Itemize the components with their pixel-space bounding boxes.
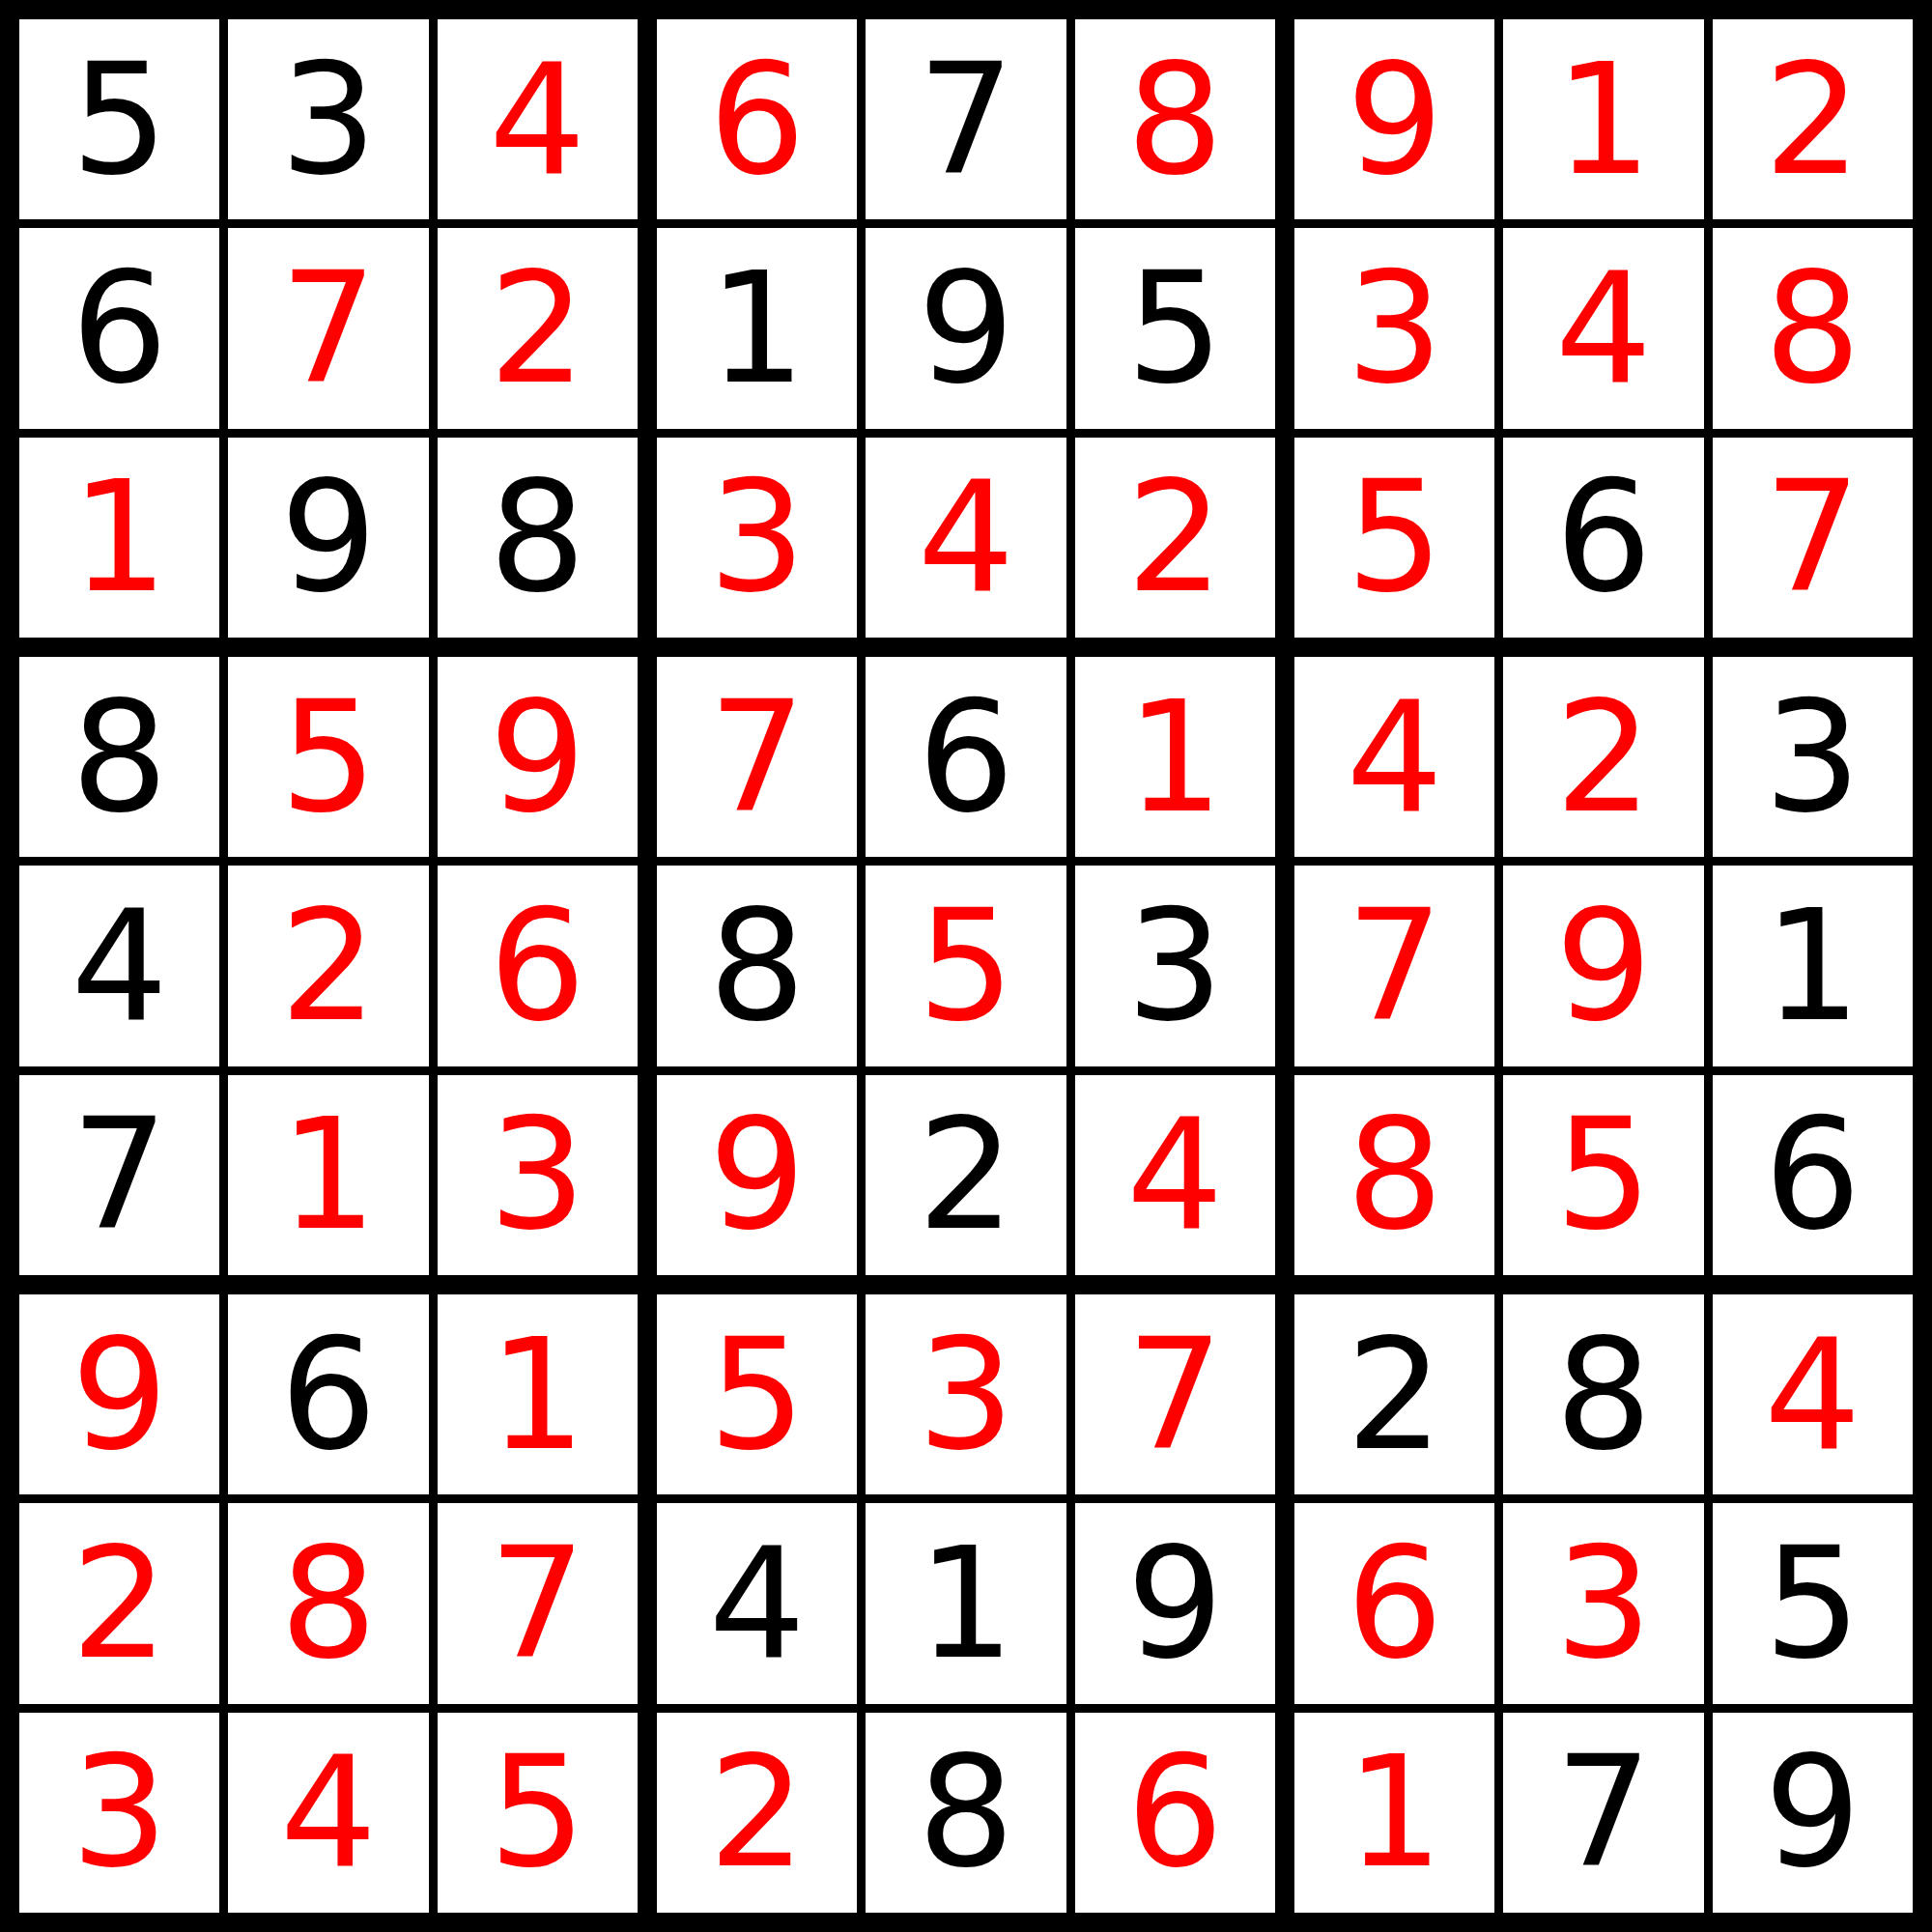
sudoku-cell-r1c8: 1 (1503, 19, 1703, 219)
sudoku-cell-r5c4: 8 (657, 866, 857, 1065)
sudoku-cell-r4c8: 2 (1503, 657, 1703, 857)
sudoku-cell-r5c6: 3 (1075, 866, 1275, 1065)
sudoku-cell-r5c5: 5 (866, 866, 1065, 1065)
sudoku-cell-r9c6: 6 (1075, 1713, 1275, 1913)
sudoku-cell-r2c1: 6 (19, 228, 219, 428)
sudoku-cell-r3c8: 6 (1503, 438, 1703, 638)
sudoku-cell-r1c7: 9 (1294, 19, 1494, 219)
sudoku-cell-r7c8: 8 (1503, 1294, 1703, 1494)
sudoku-cell-r2c3: 2 (438, 228, 638, 428)
sudoku-cell-r2c7: 3 (1294, 228, 1494, 428)
sudoku-cell-r6c7: 8 (1294, 1075, 1494, 1275)
sudoku-cell-r9c1: 3 (19, 1713, 219, 1913)
sudoku-cell-r7c5: 3 (866, 1294, 1065, 1494)
sudoku-cell-r6c8: 5 (1503, 1075, 1703, 1275)
sudoku-cell-r2c9: 8 (1713, 228, 1913, 428)
sudoku-cell-r1c1: 5 (19, 19, 219, 219)
sudoku-board: 5346789126721953481983425678597614234268… (0, 0, 1932, 1932)
sudoku-cell-r6c1: 7 (19, 1075, 219, 1275)
sudoku-cell-r7c3: 1 (438, 1294, 638, 1494)
sudoku-cell-r6c4: 9 (657, 1075, 857, 1275)
sudoku-cell-r3c1: 1 (19, 438, 219, 638)
sudoku-cell-r8c4: 4 (657, 1503, 857, 1703)
sudoku-cell-r8c2: 8 (228, 1503, 428, 1703)
sudoku-cell-r8c9: 5 (1713, 1503, 1913, 1703)
sudoku-cell-r4c9: 3 (1713, 657, 1913, 857)
sudoku-cell-r2c8: 4 (1503, 228, 1703, 428)
sudoku-cell-r9c3: 5 (438, 1713, 638, 1913)
sudoku-cell-r7c9: 4 (1713, 1294, 1913, 1494)
sudoku-cell-r1c5: 7 (866, 19, 1065, 219)
sudoku-cell-r8c7: 6 (1294, 1503, 1494, 1703)
sudoku-cell-r4c2: 5 (228, 657, 428, 857)
sudoku-cell-r4c3: 9 (438, 657, 638, 857)
sudoku-cell-r3c4: 3 (657, 438, 857, 638)
sudoku-cell-r4c5: 6 (866, 657, 1065, 857)
sudoku-cell-r9c4: 2 (657, 1713, 857, 1913)
sudoku-cell-r1c2: 3 (228, 19, 428, 219)
sudoku-cell-r7c7: 2 (1294, 1294, 1494, 1494)
sudoku-cell-r9c5: 8 (866, 1713, 1065, 1913)
sudoku-cell-r3c3: 8 (438, 438, 638, 638)
sudoku-cell-r7c1: 9 (19, 1294, 219, 1494)
sudoku-cell-r9c2: 4 (228, 1713, 428, 1913)
sudoku-cell-r7c6: 7 (1075, 1294, 1275, 1494)
sudoku-cell-r2c4: 1 (657, 228, 857, 428)
sudoku-cell-r1c9: 2 (1713, 19, 1913, 219)
sudoku-cell-r1c4: 6 (657, 19, 857, 219)
sudoku-cell-r7c4: 5 (657, 1294, 857, 1494)
sudoku-cell-r8c1: 2 (19, 1503, 219, 1703)
sudoku-cell-r6c3: 3 (438, 1075, 638, 1275)
sudoku-cell-r5c1: 4 (19, 866, 219, 1065)
sudoku-cell-r9c8: 7 (1503, 1713, 1703, 1913)
sudoku-cell-r3c7: 5 (1294, 438, 1494, 638)
sudoku-cell-r1c6: 8 (1075, 19, 1275, 219)
sudoku-cell-r9c7: 1 (1294, 1713, 1494, 1913)
sudoku-cell-r2c2: 7 (228, 228, 428, 428)
sudoku-cell-r5c9: 1 (1713, 866, 1913, 1065)
sudoku-cell-r6c2: 1 (228, 1075, 428, 1275)
sudoku-cell-r4c6: 1 (1075, 657, 1275, 857)
sudoku-cell-r4c4: 7 (657, 657, 857, 857)
sudoku-cell-r8c6: 9 (1075, 1503, 1275, 1703)
sudoku-cell-r3c6: 2 (1075, 438, 1275, 638)
sudoku-cell-r2c6: 5 (1075, 228, 1275, 428)
sudoku-cell-r5c2: 2 (228, 866, 428, 1065)
sudoku-cell-r4c7: 4 (1294, 657, 1494, 857)
sudoku-cell-r6c9: 6 (1713, 1075, 1913, 1275)
sudoku-cell-r4c1: 8 (19, 657, 219, 857)
sudoku-cell-r5c3: 6 (438, 866, 638, 1065)
sudoku-cell-r1c3: 4 (438, 19, 638, 219)
sudoku-cell-r9c9: 9 (1713, 1713, 1913, 1913)
sudoku-cell-r2c5: 9 (866, 228, 1065, 428)
sudoku-cell-r3c5: 4 (866, 438, 1065, 638)
sudoku-cell-r8c8: 3 (1503, 1503, 1703, 1703)
sudoku-cell-r7c2: 6 (228, 1294, 428, 1494)
sudoku-cell-r6c6: 4 (1075, 1075, 1275, 1275)
sudoku-cell-r8c5: 1 (866, 1503, 1065, 1703)
sudoku-cell-r5c7: 7 (1294, 866, 1494, 1065)
sudoku-cell-r3c2: 9 (228, 438, 428, 638)
sudoku-cell-r5c8: 9 (1503, 866, 1703, 1065)
sudoku-cell-r8c3: 7 (438, 1503, 638, 1703)
sudoku-cell-r3c9: 7 (1713, 438, 1913, 638)
sudoku-cell-r6c5: 2 (866, 1075, 1065, 1275)
